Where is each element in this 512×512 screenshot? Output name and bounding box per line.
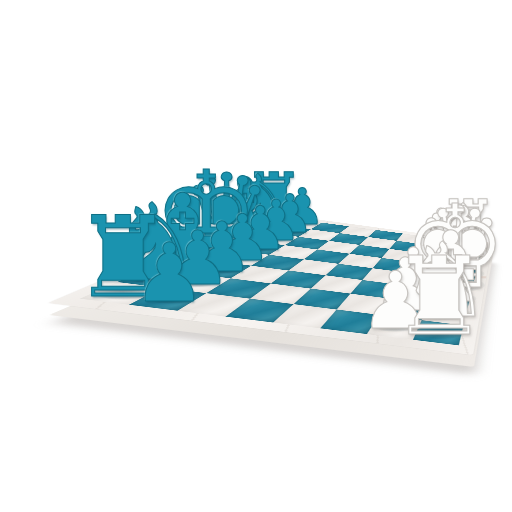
square-h1 (413, 320, 463, 345)
chess-set-photo-scene: ♜♞♝♛♚♝♞♜♟♟♟♟♟♟♟♟♟♟♟♟♟♟♟♟♜♞♝♛♚♝♞♜ (0, 0, 512, 512)
